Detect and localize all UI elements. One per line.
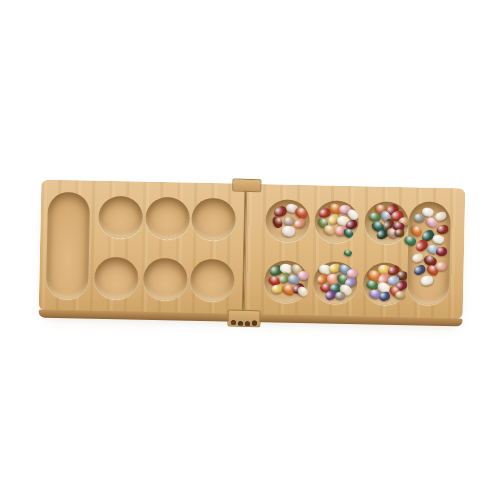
pit-top-3[interactable] xyxy=(191,198,236,241)
pit-top-2[interactable] xyxy=(145,197,190,240)
gemstone-seed xyxy=(343,249,353,257)
loose-seeds-layer xyxy=(244,184,465,320)
hinge-bottom xyxy=(228,310,261,328)
product-photo-white-background xyxy=(0,0,500,500)
pit-bottom-2[interactable] xyxy=(143,258,188,301)
board-left-half xyxy=(39,180,247,315)
pit-top-1[interactable] xyxy=(98,196,143,239)
mancala-board xyxy=(39,180,466,320)
store-left[interactable] xyxy=(46,192,90,300)
hinge-top xyxy=(233,179,262,193)
pit-bottom-1[interactable] xyxy=(94,257,139,300)
pit-bottom-3[interactable] xyxy=(190,259,235,302)
board-right-half xyxy=(244,184,465,320)
